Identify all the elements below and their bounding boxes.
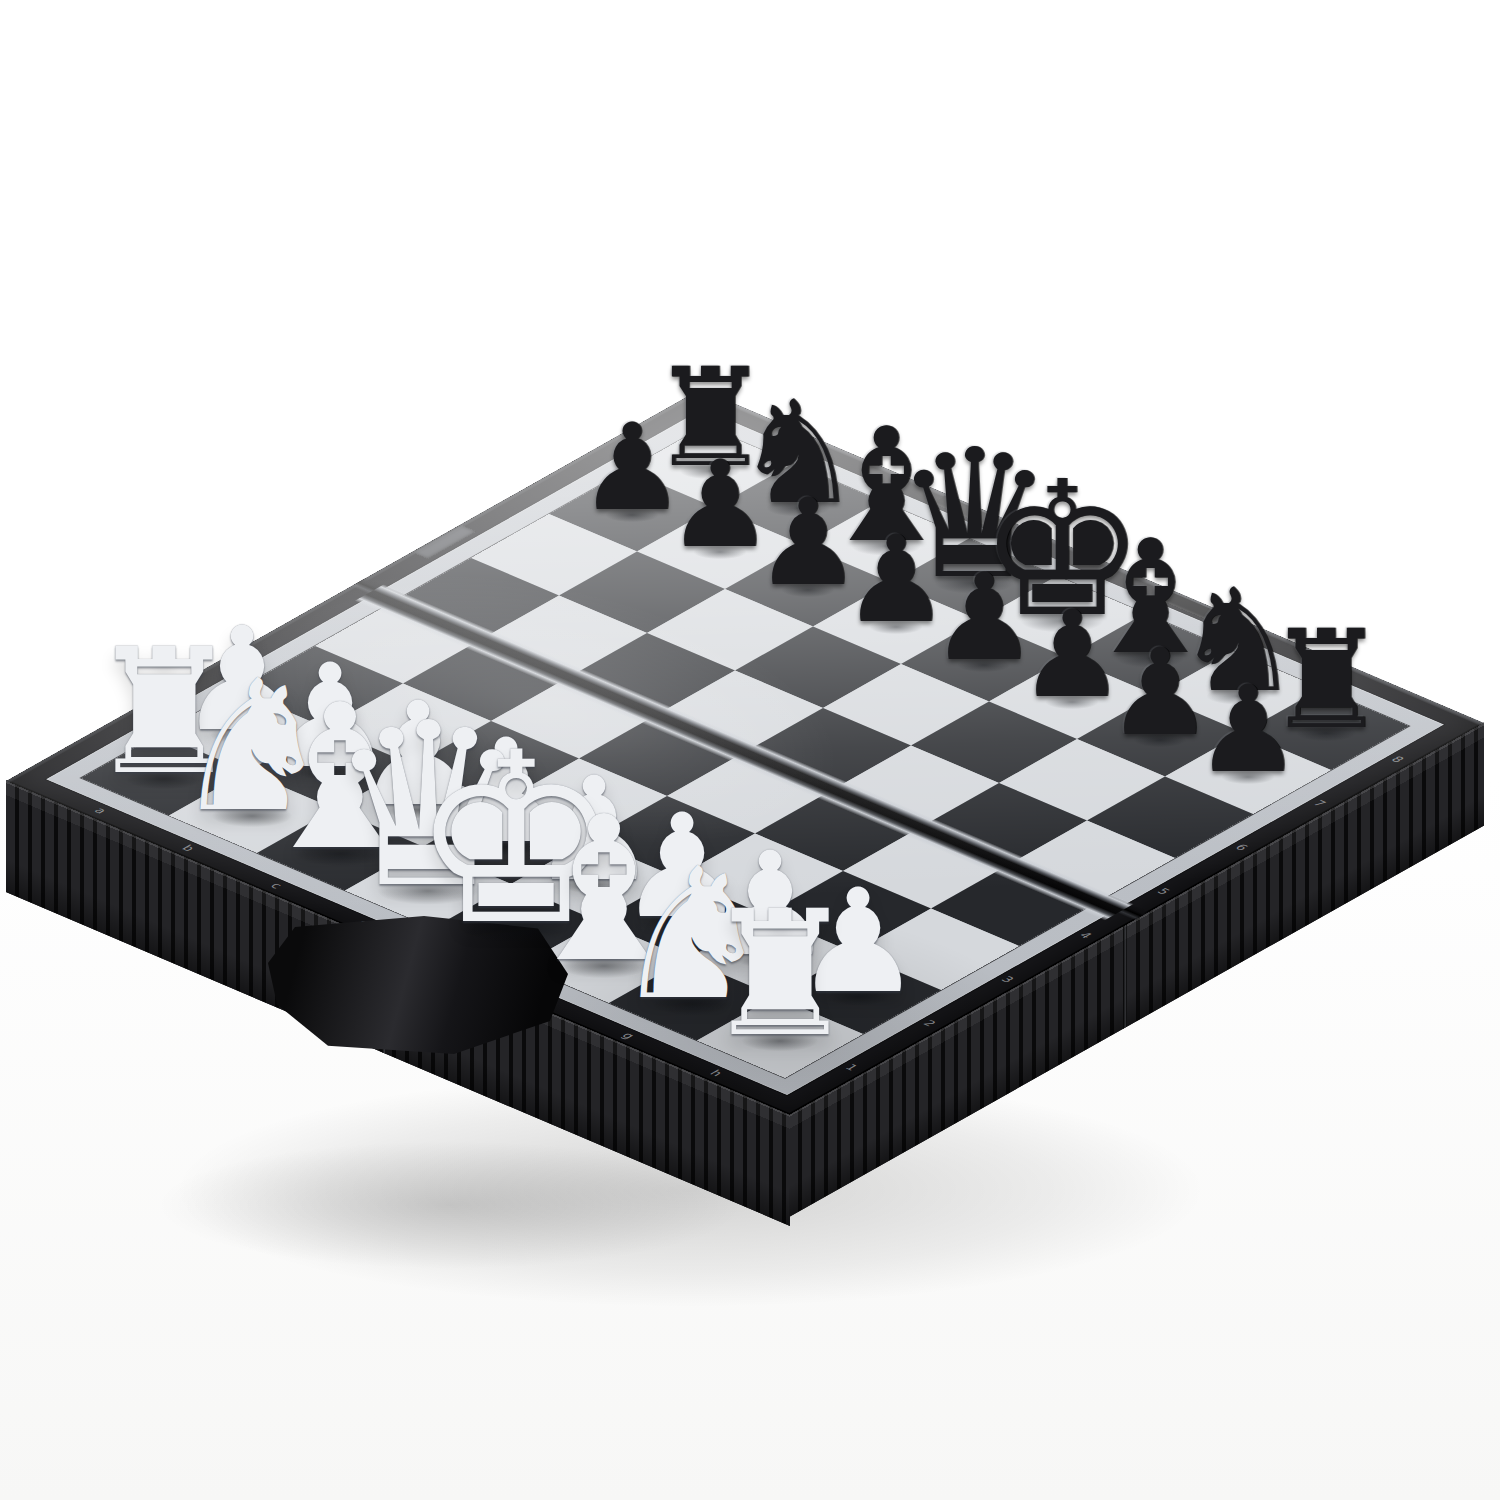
- piece-black-pawn-h7[interactable]: ♟: [1194, 670, 1302, 790]
- scene: abcdefgh12345678 ♜♞♝♛♚♝♞♜♟♟♟♟♟♟♟♟♟♟♟♟♟♟♟…: [0, 0, 1500, 1500]
- piece-white-rook-h1[interactable]: ♜: [702, 888, 857, 1061]
- pieces-layer: ♜♞♝♛♚♝♞♜♟♟♟♟♟♟♟♟♟♟♟♟♟♟♟♟♜♞♝♛♚♝♞♜: [0, 0, 1500, 1500]
